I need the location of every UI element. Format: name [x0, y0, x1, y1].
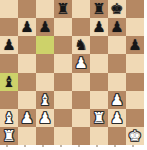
right-edge-strip — [144, 0, 147, 145]
square-h4[interactable] — [126, 73, 144, 91]
square-f1[interactable] — [90, 127, 108, 145]
square-c7[interactable]: ♟ — [36, 18, 54, 36]
square-f3[interactable] — [90, 91, 108, 109]
black-knight-e6[interactable]: ♞ — [72, 36, 90, 54]
square-h1[interactable]: ♚ — [126, 127, 144, 145]
square-f6[interactable] — [90, 36, 108, 54]
square-f8[interactable]: ♜ — [90, 0, 108, 18]
square-g1[interactable] — [108, 127, 126, 145]
square-c2[interactable]: ♟ — [36, 109, 54, 127]
white-pawn-c2[interactable]: ♟ — [36, 109, 54, 127]
square-h3[interactable] — [126, 91, 144, 109]
square-e5[interactable]: ♟ — [72, 54, 90, 72]
square-c3[interactable]: ♝ — [36, 91, 54, 109]
square-a8[interactable] — [0, 0, 18, 18]
square-b4[interactable] — [18, 73, 36, 91]
white-bishop-c3[interactable]: ♝ — [36, 91, 54, 109]
square-a7[interactable] — [0, 18, 18, 36]
bottom-edge-strip — [0, 145, 147, 150]
white-rook-a1[interactable]: ♜ — [0, 127, 18, 145]
square-f2[interactable]: ♜ — [90, 109, 108, 127]
square-h2[interactable] — [126, 109, 144, 127]
white-pawn-g3[interactable]: ♟ — [108, 91, 126, 109]
square-d8[interactable]: ♜ — [54, 0, 72, 18]
square-e1[interactable] — [72, 127, 90, 145]
square-g7[interactable]: ♟ — [108, 18, 126, 36]
square-g5[interactable] — [108, 54, 126, 72]
square-d3[interactable] — [54, 91, 72, 109]
black-pawn-f7[interactable]: ♟ — [90, 18, 108, 36]
square-b2[interactable]: ♟ — [18, 109, 36, 127]
square-e7[interactable] — [72, 18, 90, 36]
clipped-coordinate-marks — [6, 145, 144, 147]
square-f4[interactable] — [90, 73, 108, 91]
square-d2[interactable] — [54, 109, 72, 127]
white-bishop-a2[interactable]: ♝ — [0, 109, 18, 127]
square-e4[interactable] — [72, 73, 90, 91]
square-g6[interactable] — [108, 36, 126, 54]
square-b3[interactable] — [18, 91, 36, 109]
black-king-g8[interactable]: ♚ — [108, 0, 126, 18]
square-d1[interactable] — [54, 127, 72, 145]
square-d4[interactable] — [54, 73, 72, 91]
white-rook-f2[interactable]: ♜ — [90, 109, 108, 127]
square-h5[interactable] — [126, 54, 144, 72]
black-pawn-g7[interactable]: ♟ — [108, 18, 126, 36]
square-f7[interactable]: ♟ — [90, 18, 108, 36]
square-a4[interactable]: ♝ — [0, 73, 18, 91]
square-b5[interactable] — [18, 54, 36, 72]
square-a1[interactable]: ♜ — [0, 127, 18, 145]
square-d6[interactable] — [54, 36, 72, 54]
square-e8[interactable] — [72, 0, 90, 18]
square-a5[interactable] — [0, 54, 18, 72]
white-pawn-b2[interactable]: ♟ — [18, 109, 36, 127]
square-g4[interactable] — [108, 73, 126, 91]
square-c6[interactable] — [36, 36, 54, 54]
square-e3[interactable] — [72, 91, 90, 109]
square-c4[interactable] — [36, 73, 54, 91]
square-h6[interactable]: ♟ — [126, 36, 144, 54]
square-e2[interactable] — [72, 109, 90, 127]
square-e6[interactable]: ♞ — [72, 36, 90, 54]
square-f5[interactable] — [90, 54, 108, 72]
black-bishop-a4[interactable]: ♝ — [0, 73, 18, 91]
chess-app: ♜♜♚♟♟♟♟♟♞♟♟♝♝♟♝♟♟♜♟♜♚ — [0, 0, 147, 150]
square-h8[interactable] — [126, 0, 144, 18]
black-rook-f8[interactable]: ♜ — [90, 0, 108, 18]
square-b7[interactable]: ♟ — [18, 18, 36, 36]
square-a2[interactable]: ♝ — [0, 109, 18, 127]
white-king-h1[interactable]: ♚ — [126, 127, 144, 145]
square-d7[interactable] — [54, 18, 72, 36]
square-c8[interactable] — [36, 0, 54, 18]
black-pawn-h6[interactable]: ♟ — [126, 36, 144, 54]
white-pawn-e5[interactable]: ♟ — [72, 54, 90, 72]
black-pawn-b7[interactable]: ♟ — [18, 18, 36, 36]
white-pawn-g2[interactable]: ♟ — [108, 109, 126, 127]
square-c1[interactable] — [36, 127, 54, 145]
square-g2[interactable]: ♟ — [108, 109, 126, 127]
square-h7[interactable] — [126, 18, 144, 36]
black-pawn-c7[interactable]: ♟ — [36, 18, 54, 36]
chess-board: ♜♜♚♟♟♟♟♟♞♟♟♝♝♟♝♟♟♜♟♜♚ — [0, 0, 144, 145]
square-g8[interactable]: ♚ — [108, 0, 126, 18]
square-b1[interactable] — [18, 127, 36, 145]
square-a3[interactable] — [0, 91, 18, 109]
black-pawn-a6[interactable]: ♟ — [0, 36, 18, 54]
square-b6[interactable] — [18, 36, 36, 54]
square-d5[interactable] — [54, 54, 72, 72]
square-c5[interactable] — [36, 54, 54, 72]
black-rook-d8[interactable]: ♜ — [54, 0, 72, 18]
square-a6[interactable]: ♟ — [0, 36, 18, 54]
square-b8[interactable] — [18, 0, 36, 18]
square-g3[interactable]: ♟ — [108, 91, 126, 109]
